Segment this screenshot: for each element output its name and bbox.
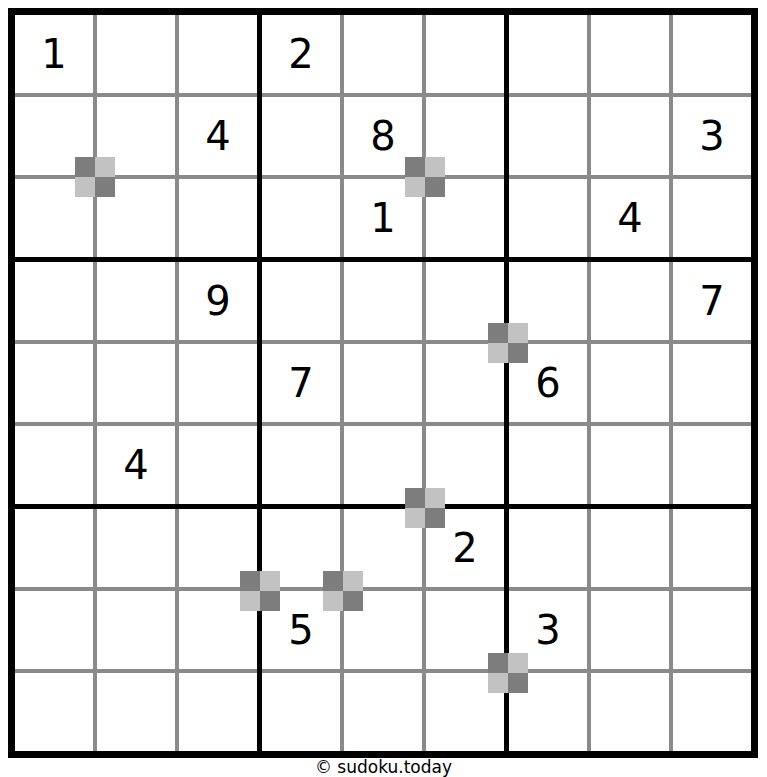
- cell-r4c2[interactable]: [97, 262, 175, 340]
- given-digit: 2: [452, 528, 477, 568]
- box-3: 34: [509, 15, 751, 257]
- battenburg-marker-r2-3-c1-2: [75, 157, 115, 197]
- cell-r6c1[interactable]: [15, 426, 93, 504]
- box-7: [15, 509, 257, 751]
- marker-quadrant-tl: [405, 157, 425, 177]
- marker-quadrant-tr: [260, 571, 280, 591]
- battenburg-marker-r7-8-c4-5: [323, 571, 363, 611]
- box-4: 94: [15, 262, 257, 504]
- marker-quadrant-bl: [240, 591, 260, 611]
- cell-r7c7[interactable]: [509, 509, 587, 587]
- marker-quadrant-tl: [75, 157, 95, 177]
- cell-r2c4[interactable]: [262, 97, 340, 175]
- marker-quadrant-tr: [425, 157, 445, 177]
- given-digit: 7: [288, 363, 313, 403]
- cell-r3c9[interactable]: [673, 179, 751, 257]
- marker-quadrant-tr: [343, 571, 363, 591]
- cell-r1c8[interactable]: [591, 15, 669, 93]
- cell-r5c4[interactable]: 7: [262, 344, 340, 422]
- marker-quadrant-br: [343, 591, 363, 611]
- cell-r6c9[interactable]: [673, 426, 751, 504]
- cell-r7c1[interactable]: [15, 509, 93, 587]
- cell-r6c2[interactable]: 4: [97, 426, 175, 504]
- battenburg-marker-r7-8-c3-4: [240, 571, 280, 611]
- box-5: 7: [262, 262, 504, 504]
- given-digit: 2: [288, 34, 313, 74]
- cell-r9c1[interactable]: [15, 673, 93, 751]
- cell-r3c4[interactable]: [262, 179, 340, 257]
- marker-quadrant-tr: [425, 488, 445, 508]
- given-digit: 4: [123, 445, 148, 485]
- cell-r3c3[interactable]: [179, 179, 257, 257]
- cell-r6c8[interactable]: [591, 426, 669, 504]
- cell-r2c3[interactable]: 4: [179, 97, 257, 175]
- cell-r8c2[interactable]: [97, 591, 175, 669]
- marker-quadrant-bl: [75, 177, 95, 197]
- battenburg-marker-r8-9-c6-7: [488, 653, 528, 693]
- given-digit: 8: [370, 116, 395, 156]
- cell-r5c3[interactable]: [179, 344, 257, 422]
- cell-r9c9[interactable]: [673, 673, 751, 751]
- marker-quadrant-bl: [323, 591, 343, 611]
- cell-r4c4[interactable]: [262, 262, 340, 340]
- cell-r9c5[interactable]: [344, 673, 422, 751]
- cell-r2c7[interactable]: [509, 97, 587, 175]
- cell-r4c5[interactable]: [344, 262, 422, 340]
- cell-r1c6[interactable]: [426, 15, 504, 93]
- marker-quadrant-bl: [405, 508, 425, 528]
- cell-r4c3[interactable]: 9: [179, 262, 257, 340]
- marker-quadrant-tr: [508, 653, 528, 673]
- sudoku-page: 142813494776253 © sudoku.today: [0, 0, 767, 777]
- marker-quadrant-bl: [405, 177, 425, 197]
- marker-quadrant-br: [95, 177, 115, 197]
- box-2: 281: [262, 15, 504, 257]
- marker-quadrant-tr: [95, 157, 115, 177]
- marker-quadrant-br: [425, 508, 445, 528]
- cell-r8c9[interactable]: [673, 591, 751, 669]
- cell-r5c1[interactable]: [15, 344, 93, 422]
- box-1: 14: [15, 15, 257, 257]
- marker-quadrant-bl: [488, 673, 508, 693]
- marker-quadrant-br: [260, 591, 280, 611]
- marker-quadrant-br: [425, 177, 445, 197]
- marker-quadrant-tl: [488, 323, 508, 343]
- cell-r9c2[interactable]: [97, 673, 175, 751]
- given-digit: 3: [699, 116, 724, 156]
- battenburg-marker-r4-5-c6-7: [488, 323, 528, 363]
- cell-r4c1[interactable]: [15, 262, 93, 340]
- given-digit: 9: [205, 281, 230, 321]
- cell-r4c8[interactable]: [591, 262, 669, 340]
- given-digit: 4: [617, 198, 642, 238]
- cell-r5c2[interactable]: [97, 344, 175, 422]
- marker-quadrant-tl: [488, 653, 508, 673]
- cell-r1c4[interactable]: 2: [262, 15, 340, 93]
- cell-r9c8[interactable]: [591, 673, 669, 751]
- marker-quadrant-tl: [405, 488, 425, 508]
- box-8: 25: [262, 509, 504, 751]
- given-digit: 6: [535, 363, 560, 403]
- cell-r9c4[interactable]: [262, 673, 340, 751]
- cell-r5c5[interactable]: [344, 344, 422, 422]
- given-digit: 1: [41, 34, 66, 74]
- cell-r8c8[interactable]: [591, 591, 669, 669]
- given-digit: 3: [535, 610, 560, 650]
- marker-quadrant-tl: [323, 571, 343, 591]
- cell-r9c3[interactable]: [179, 673, 257, 751]
- copyright-text: © sudoku.today: [0, 757, 767, 777]
- box-9: 3: [509, 509, 751, 751]
- sudoku-board: 142813494776253: [8, 8, 758, 758]
- cell-r1c3[interactable]: [179, 15, 257, 93]
- given-digit: 1: [370, 198, 395, 238]
- cell-r7c8[interactable]: [591, 509, 669, 587]
- marker-quadrant-tl: [240, 571, 260, 591]
- battenburg-marker-r2-3-c5-6: [405, 157, 445, 197]
- cell-r2c8[interactable]: [591, 97, 669, 175]
- box-6: 76: [509, 262, 751, 504]
- cell-r1c1[interactable]: 1: [15, 15, 93, 93]
- cell-r7c9[interactable]: [673, 509, 751, 587]
- cell-r4c9[interactable]: 7: [673, 262, 751, 340]
- marker-quadrant-br: [508, 343, 528, 363]
- given-digit: 4: [205, 116, 230, 156]
- marker-quadrant-bl: [488, 343, 508, 363]
- cell-r1c5[interactable]: [344, 15, 422, 93]
- given-digit: 7: [699, 281, 724, 321]
- given-digit: 5: [288, 610, 313, 650]
- marker-quadrant-tr: [508, 323, 528, 343]
- cell-r6c3[interactable]: [179, 426, 257, 504]
- marker-quadrant-br: [508, 673, 528, 693]
- cell-r6c4[interactable]: [262, 426, 340, 504]
- battenburg-marker-r6-7-c5-6: [405, 488, 445, 528]
- cell-r2c9[interactable]: 3: [673, 97, 751, 175]
- cell-r7c2[interactable]: [97, 509, 175, 587]
- cell-r3c7[interactable]: [509, 179, 587, 257]
- cell-r8c1[interactable]: [15, 591, 93, 669]
- cell-r6c7[interactable]: [509, 426, 587, 504]
- cell-r5c8[interactable]: [591, 344, 669, 422]
- cell-r1c7[interactable]: [509, 15, 587, 93]
- cell-r1c2[interactable]: [97, 15, 175, 93]
- cell-r5c9[interactable]: [673, 344, 751, 422]
- cell-r3c8[interactable]: 4: [591, 179, 669, 257]
- cell-r1c9[interactable]: [673, 15, 751, 93]
